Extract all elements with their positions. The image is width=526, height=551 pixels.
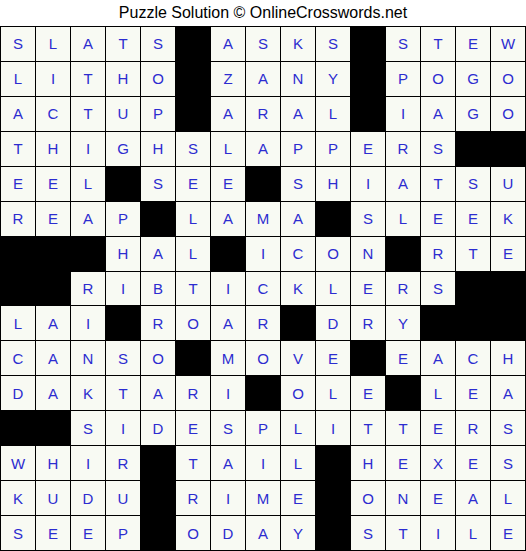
grid-cell: S: [491, 446, 525, 480]
grid-cell: E: [456, 446, 490, 480]
grid-cell: R: [1, 202, 35, 236]
grid-cell: E: [456, 27, 490, 61]
grid-cell: R: [421, 237, 455, 271]
grid-cell: A: [281, 202, 315, 236]
grid-cell: O: [491, 62, 525, 96]
grid-cell: M: [246, 202, 280, 236]
grid-cell: E: [36, 167, 70, 201]
grid-cell: L: [1, 306, 35, 340]
grid-cell: U: [106, 481, 140, 515]
grid-cell: N: [351, 237, 385, 271]
grid-cell: L: [456, 516, 490, 550]
grid-cell: D: [316, 306, 350, 340]
grid-cell: H: [106, 62, 140, 96]
grid-cell: A: [281, 97, 315, 131]
black-cell: [106, 306, 140, 340]
black-cell: [176, 27, 210, 61]
grid-cell: S: [456, 167, 490, 201]
grid-cell: G: [456, 97, 490, 131]
grid-cell: S: [421, 132, 455, 166]
grid-cell: L: [281, 446, 315, 480]
black-cell: [456, 306, 490, 340]
grid-cell: I: [211, 481, 245, 515]
grid-cell: A: [36, 306, 70, 340]
grid-cell: A: [211, 306, 245, 340]
grid-cell: S: [246, 27, 280, 61]
black-cell: [106, 167, 140, 201]
puzzle-solution-page: Puzzle Solution © OnlineCrosswords.net S…: [0, 0, 526, 551]
black-cell: [246, 167, 280, 201]
grid-cell: H: [141, 132, 175, 166]
black-cell: [141, 446, 175, 480]
grid-cell: R: [456, 411, 490, 445]
grid-cell: R: [141, 306, 175, 340]
grid-cell: T: [456, 237, 490, 271]
grid-cell: N: [386, 481, 420, 515]
black-cell: [141, 516, 175, 550]
grid-cell: T: [386, 516, 420, 550]
grid-cell: L: [316, 97, 350, 131]
grid-cell: R: [176, 481, 210, 515]
grid-cell: A: [386, 167, 420, 201]
grid-cell: R: [386, 132, 420, 166]
grid-cell: O: [281, 376, 315, 410]
grid-cell: A: [141, 237, 175, 271]
grid-cell: L: [491, 481, 525, 515]
black-cell: [491, 272, 525, 306]
grid-cell: E: [456, 376, 490, 410]
grid-cell: I: [316, 411, 350, 445]
grid-cell: T: [1, 132, 35, 166]
grid-cell: I: [246, 237, 280, 271]
black-cell: [1, 272, 35, 306]
grid-cell: E: [421, 481, 455, 515]
black-cell: [1, 411, 35, 445]
grid-cell: R: [246, 306, 280, 340]
black-cell: [316, 481, 350, 515]
grid-cell: S: [106, 341, 140, 375]
grid-cell: P: [106, 516, 140, 550]
black-cell: [141, 481, 175, 515]
grid-cell: A: [71, 27, 105, 61]
grid-cell: H: [36, 446, 70, 480]
grid-cell: I: [351, 167, 385, 201]
grid-cell: A: [36, 341, 70, 375]
grid-cell: P: [141, 97, 175, 131]
grid-cell: E: [36, 202, 70, 236]
grid-cell: S: [421, 272, 455, 306]
grid-cell: T: [421, 167, 455, 201]
grid-cell: E: [421, 202, 455, 236]
grid-cell: S: [491, 411, 525, 445]
grid-cell: U: [36, 481, 70, 515]
grid-cell: S: [141, 167, 175, 201]
grid-cell: A: [491, 376, 525, 410]
black-cell: [386, 237, 420, 271]
grid-cell: L: [1, 62, 35, 96]
black-cell: [316, 446, 350, 480]
black-cell: [36, 411, 70, 445]
grid-cell: C: [36, 97, 70, 131]
grid-cell: K: [1, 481, 35, 515]
grid-cell: S: [71, 411, 105, 445]
grid-cell: R: [71, 272, 105, 306]
black-cell: [36, 272, 70, 306]
black-cell: [351, 341, 385, 375]
grid-cell: L: [176, 202, 210, 236]
black-cell: [351, 27, 385, 61]
grid-cell: T: [106, 27, 140, 61]
grid-cell: D: [1, 376, 35, 410]
black-cell: [316, 202, 350, 236]
grid-cell: Y: [386, 306, 420, 340]
grid-cell: I: [211, 272, 245, 306]
grid-cell: D: [211, 516, 245, 550]
grid-cell: O: [141, 62, 175, 96]
grid-cell: S: [351, 202, 385, 236]
grid-cell: A: [36, 376, 70, 410]
grid-cell: T: [421, 27, 455, 61]
grid-cell: A: [211, 97, 245, 131]
grid-cell: E: [491, 237, 525, 271]
grid-cell: C: [246, 272, 280, 306]
grid-cell: P: [316, 132, 350, 166]
black-cell: [176, 62, 210, 96]
grid-cell: S: [281, 167, 315, 201]
grid-cell: O: [176, 516, 210, 550]
grid-cell: T: [71, 97, 105, 131]
black-cell: [281, 306, 315, 340]
grid-cell: P: [281, 132, 315, 166]
grid-cell: T: [351, 411, 385, 445]
grid-cell: X: [421, 446, 455, 480]
grid-cell: E: [281, 481, 315, 515]
black-cell: [456, 132, 490, 166]
grid-cell: S: [1, 516, 35, 550]
grid-cell: U: [106, 97, 140, 131]
grid-cell: H: [36, 132, 70, 166]
grid-cell: K: [281, 272, 315, 306]
grid-cell: K: [281, 27, 315, 61]
grid-cell: A: [246, 62, 280, 96]
grid-cell: L: [386, 202, 420, 236]
black-cell: [71, 237, 105, 271]
grid-cell: E: [176, 167, 210, 201]
grid-cell: E: [1, 167, 35, 201]
grid-cell: R: [386, 272, 420, 306]
grid-cell: U: [491, 167, 525, 201]
grid-cell: O: [351, 481, 385, 515]
grid-cell: K: [491, 202, 525, 236]
grid-cell: A: [211, 202, 245, 236]
grid-cell: E: [71, 516, 105, 550]
grid-cell: E: [456, 202, 490, 236]
grid-cell: H: [351, 446, 385, 480]
grid-cell: A: [141, 376, 175, 410]
black-cell: [351, 62, 385, 96]
grid-cell: V: [281, 341, 315, 375]
grid-cell: H: [491, 341, 525, 375]
grid-cell: K: [71, 376, 105, 410]
grid-cell: E: [386, 341, 420, 375]
grid-cell: T: [71, 62, 105, 96]
page-title: Puzzle Solution © OnlineCrosswords.net: [0, 0, 526, 26]
black-cell: [1, 237, 35, 271]
grid-cell: I: [386, 97, 420, 131]
grid-cell: C: [456, 341, 490, 375]
black-cell: [491, 132, 525, 166]
grid-cell: S: [386, 27, 420, 61]
grid-cell: A: [421, 97, 455, 131]
grid-cell: A: [211, 446, 245, 480]
grid-cell: A: [71, 202, 105, 236]
grid-cell: L: [36, 27, 70, 61]
grid-cell: I: [71, 306, 105, 340]
grid-cell: R: [176, 376, 210, 410]
black-cell: [246, 376, 280, 410]
grid-cell: S: [316, 27, 350, 61]
grid-cell: A: [246, 132, 280, 166]
black-cell: [36, 237, 70, 271]
grid-cell: P: [386, 62, 420, 96]
black-cell: [421, 306, 455, 340]
grid-cell: Z: [211, 62, 245, 96]
grid-cell: E: [176, 411, 210, 445]
black-cell: [211, 237, 245, 271]
grid-cell: E: [36, 516, 70, 550]
grid-cell: A: [211, 27, 245, 61]
grid-cell: H: [106, 237, 140, 271]
grid-cell: W: [491, 27, 525, 61]
grid-cell: E: [316, 341, 350, 375]
grid-cell: R: [106, 446, 140, 480]
grid-cell: L: [316, 376, 350, 410]
grid-cell: O: [176, 306, 210, 340]
grid-cell: S: [176, 132, 210, 166]
black-cell: [176, 97, 210, 131]
grid-cell: I: [36, 62, 70, 96]
grid-cell: E: [351, 376, 385, 410]
grid-cell: A: [1, 97, 35, 131]
black-cell: [316, 516, 350, 550]
grid-cell: O: [316, 237, 350, 271]
grid-cell: A: [456, 481, 490, 515]
grid-cell: W: [1, 446, 35, 480]
grid-cell: N: [281, 62, 315, 96]
grid-cell: L: [421, 376, 455, 410]
grid-cell: Y: [316, 62, 350, 96]
grid-cell: E: [351, 132, 385, 166]
grid-cell: O: [246, 341, 280, 375]
grid-cell: E: [211, 167, 245, 201]
grid-cell: T: [176, 272, 210, 306]
grid-cell: R: [351, 306, 385, 340]
grid-cell: N: [71, 341, 105, 375]
grid-cell: M: [211, 341, 245, 375]
black-cell: [386, 376, 420, 410]
grid-cell: L: [71, 167, 105, 201]
grid-cell: I: [71, 132, 105, 166]
grid-cell: O: [421, 62, 455, 96]
black-cell: [456, 272, 490, 306]
grid-cell: P: [106, 202, 140, 236]
grid-cell: A: [421, 341, 455, 375]
grid-cell: C: [1, 341, 35, 375]
grid-cell: T: [176, 446, 210, 480]
grid-cell: L: [176, 237, 210, 271]
grid-cell: B: [141, 272, 175, 306]
grid-cell: O: [491, 97, 525, 131]
grid-cell: M: [246, 481, 280, 515]
grid-cell: G: [456, 62, 490, 96]
grid-cell: E: [386, 446, 420, 480]
grid-cell: S: [351, 516, 385, 550]
grid-cell: I: [71, 446, 105, 480]
grid-cell: G: [106, 132, 140, 166]
grid-cell: L: [281, 411, 315, 445]
grid-cell: A: [246, 516, 280, 550]
black-cell: [176, 341, 210, 375]
grid-cell: Y: [281, 516, 315, 550]
grid-cell: E: [351, 272, 385, 306]
black-cell: [491, 306, 525, 340]
grid-cell: S: [141, 27, 175, 61]
grid-cell: I: [106, 272, 140, 306]
grid-cell: L: [211, 132, 245, 166]
grid-cell: I: [106, 411, 140, 445]
crossword-grid: SLATSASKSSTEWLITHOZANYPOGOACTUPARALIAGOT…: [0, 26, 526, 551]
grid-cell: S: [1, 27, 35, 61]
grid-cell: L: [316, 272, 350, 306]
black-cell: [351, 97, 385, 131]
grid-cell: H: [316, 167, 350, 201]
grid-cell: D: [141, 411, 175, 445]
grid-cell: E: [491, 516, 525, 550]
grid-cell: O: [141, 341, 175, 375]
grid-cell: T: [106, 376, 140, 410]
grid-cell: R: [246, 97, 280, 131]
grid-cell: D: [71, 481, 105, 515]
grid-cell: T: [386, 411, 420, 445]
grid-cell: P: [246, 411, 280, 445]
black-cell: [141, 202, 175, 236]
grid-cell: I: [421, 516, 455, 550]
grid-cell: S: [211, 411, 245, 445]
grid-cell: I: [246, 446, 280, 480]
grid-cell: C: [281, 237, 315, 271]
grid-cell: E: [421, 411, 455, 445]
grid-cell: I: [211, 376, 245, 410]
